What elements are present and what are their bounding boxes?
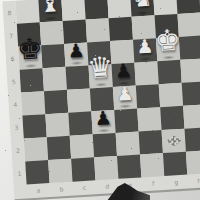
white-knight-glyph: ♞ <box>131 0 153 11</box>
piece-white-king-g6[interactable]: ♚ <box>156 37 180 61</box>
square-h4[interactable] <box>182 81 200 105</box>
piece-white-bishop-b8[interactable]: ♝ <box>38 0 62 22</box>
square-h2[interactable] <box>184 127 200 151</box>
photo-grain-light <box>0 0 1 1</box>
maker-logo-icon <box>166 135 182 147</box>
square-h3[interactable] <box>183 104 200 128</box>
square-b1[interactable] <box>48 159 72 183</box>
square-g2[interactable] <box>162 129 186 153</box>
square-b6[interactable] <box>41 44 65 68</box>
square-a2[interactable] <box>24 137 48 161</box>
square-b4[interactable] <box>44 90 68 114</box>
square-c4[interactable] <box>67 88 91 112</box>
square-f4[interactable] <box>136 84 160 108</box>
file-label-h: h <box>187 176 200 184</box>
white-bishop-glyph: ♝ <box>39 0 61 16</box>
square-f5[interactable] <box>134 61 158 85</box>
square-e2[interactable] <box>116 132 140 156</box>
file-label-f: f <box>142 179 165 187</box>
square-f1[interactable] <box>140 153 164 177</box>
square-h1[interactable] <box>186 150 200 174</box>
square-c8[interactable] <box>61 0 85 21</box>
white-queen-glyph: ♛ <box>86 53 114 84</box>
square-e3[interactable] <box>114 109 138 133</box>
square-d2[interactable] <box>93 133 117 157</box>
square-h5[interactable] <box>180 58 200 82</box>
piece-black-pawn-d3[interactable]: ♟ <box>91 110 115 134</box>
chess-board: 87654321 abcdefgh ♝♞♚♟♟♚♛♟♟♟ <box>2 0 200 199</box>
square-c1[interactable] <box>71 157 95 181</box>
square-g4[interactable] <box>159 83 183 107</box>
piece-black-pawn-c6[interactable]: ♟ <box>64 42 88 66</box>
square-f3[interactable] <box>137 107 161 131</box>
white-pawn-glyph: ♟ <box>136 36 154 56</box>
square-a8[interactable] <box>15 0 39 24</box>
square-b7[interactable] <box>40 21 64 45</box>
square-d1[interactable] <box>94 156 118 180</box>
square-g8[interactable] <box>153 0 177 15</box>
square-h6[interactable] <box>179 35 200 59</box>
square-a3[interactable] <box>22 114 46 138</box>
white-pawn-glyph: ♟ <box>116 84 134 104</box>
black-king-glyph: ♚ <box>16 34 44 65</box>
piece-white-knight-f8[interactable]: ♞ <box>130 0 154 17</box>
square-a5[interactable] <box>20 68 44 92</box>
piece-white-pawn-e4[interactable]: ♟ <box>113 86 137 110</box>
file-label-c: c <box>73 183 96 191</box>
square-c2[interactable] <box>70 134 94 158</box>
black-pawn-glyph: ♟ <box>114 61 132 81</box>
square-h7[interactable] <box>177 13 200 37</box>
square-b3[interactable] <box>45 113 69 137</box>
square-c3[interactable] <box>68 111 92 135</box>
square-b5[interactable] <box>43 67 67 91</box>
square-g3[interactable] <box>160 106 184 130</box>
file-label-g: g <box>165 178 188 186</box>
square-b2[interactable] <box>47 136 71 160</box>
file-label-d: d <box>96 182 119 190</box>
photo-canvas: 87654321 abcdefgh ♝♞♚♟♟♚♛♟♟♟ <box>0 0 200 200</box>
file-label-a: a <box>27 186 50 194</box>
black-pawn-glyph: ♟ <box>67 41 85 61</box>
square-e8[interactable] <box>107 0 131 18</box>
square-f2[interactable] <box>139 130 163 154</box>
square-e7[interactable] <box>109 17 133 41</box>
square-g5[interactable] <box>157 60 181 84</box>
black-pawn-glyph: ♟ <box>94 108 112 128</box>
white-king-glyph: ♚ <box>154 26 182 57</box>
file-label-b: b <box>50 185 73 193</box>
piece-black-king-a6[interactable]: ♚ <box>18 45 42 69</box>
square-e1[interactable] <box>117 154 141 178</box>
square-g1[interactable] <box>163 152 187 176</box>
square-d7[interactable] <box>86 18 110 42</box>
square-a1[interactable] <box>25 160 49 184</box>
piece-white-queen-d5[interactable]: ♛ <box>88 64 112 88</box>
square-d8[interactable] <box>84 0 108 20</box>
square-a4[interactable] <box>21 91 45 115</box>
